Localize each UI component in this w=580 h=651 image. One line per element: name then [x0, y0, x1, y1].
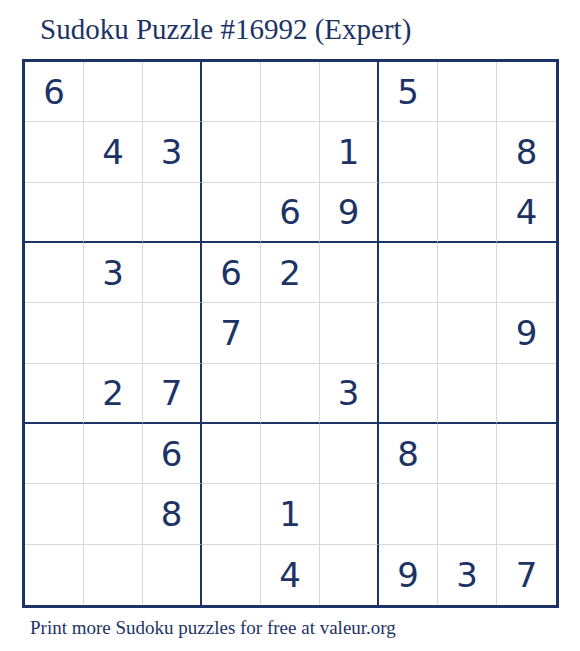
cell-r7c7[interactable]: 8: [379, 424, 438, 484]
cell-r1c7[interactable]: 5: [379, 62, 438, 122]
cell-r7c4[interactable]: [202, 424, 261, 484]
cell-r4c4[interactable]: 6: [202, 243, 261, 303]
cell-r2c5[interactable]: [261, 122, 320, 182]
cell-r1c9[interactable]: [497, 62, 556, 122]
cell-r6c2[interactable]: 2: [84, 364, 143, 424]
cell-r7c8[interactable]: [438, 424, 497, 484]
cell-r8c4[interactable]: [202, 484, 261, 544]
cell-r8c6[interactable]: [320, 484, 379, 544]
sudoku-board: 6543186943627927368814937: [22, 59, 559, 608]
cell-r5c1[interactable]: [25, 303, 84, 363]
cell-r5c2[interactable]: [84, 303, 143, 363]
given-digit: 3: [456, 558, 478, 592]
given-digit: 3: [102, 256, 124, 290]
cell-r2c9[interactable]: 8: [497, 122, 556, 182]
given-digit: 2: [102, 376, 124, 410]
given-digit: 7: [516, 558, 538, 592]
cell-r6c1[interactable]: [25, 364, 84, 424]
cell-r9c9[interactable]: 7: [497, 545, 556, 605]
cell-r9c5[interactable]: 4: [261, 545, 320, 605]
cell-r3c5[interactable]: 6: [261, 183, 320, 243]
cell-r6c8[interactable]: [438, 364, 497, 424]
cell-r5c4[interactable]: 7: [202, 303, 261, 363]
cell-r1c8[interactable]: [438, 62, 497, 122]
cell-r4c3[interactable]: [143, 243, 202, 303]
cell-r9c7[interactable]: 9: [379, 545, 438, 605]
cell-r3c4[interactable]: [202, 183, 261, 243]
given-digit: 6: [220, 256, 242, 290]
cell-r6c7[interactable]: [379, 364, 438, 424]
cell-r8c3[interactable]: 8: [143, 484, 202, 544]
cell-r5c9[interactable]: 9: [497, 303, 556, 363]
cell-r5c7[interactable]: [379, 303, 438, 363]
cell-r2c1[interactable]: [25, 122, 84, 182]
cell-r4c6[interactable]: [320, 243, 379, 303]
given-digit: 6: [43, 75, 65, 109]
cell-r2c8[interactable]: [438, 122, 497, 182]
given-digit: 7: [220, 316, 242, 350]
cell-r6c4[interactable]: [202, 364, 261, 424]
cell-r1c3[interactable]: [143, 62, 202, 122]
cell-r4c9[interactable]: [497, 243, 556, 303]
given-digit: 8: [516, 135, 538, 169]
cell-r6c6[interactable]: 3: [320, 364, 379, 424]
cell-r1c6[interactable]: [320, 62, 379, 122]
given-digit: 1: [279, 497, 301, 531]
cell-r7c9[interactable]: [497, 424, 556, 484]
given-digit: 6: [279, 195, 301, 229]
cell-r7c5[interactable]: [261, 424, 320, 484]
cell-r4c1[interactable]: [25, 243, 84, 303]
cell-r2c3[interactable]: 3: [143, 122, 202, 182]
given-digit: 3: [161, 135, 183, 169]
cell-r9c3[interactable]: [143, 545, 202, 605]
cell-r6c3[interactable]: 7: [143, 364, 202, 424]
cell-r4c7[interactable]: [379, 243, 438, 303]
cell-r3c6[interactable]: 9: [320, 183, 379, 243]
given-digit: 8: [161, 497, 183, 531]
cell-r3c2[interactable]: [84, 183, 143, 243]
given-digit: 5: [397, 75, 419, 109]
given-digit: 1: [338, 135, 360, 169]
cell-r9c1[interactable]: [25, 545, 84, 605]
cell-r9c8[interactable]: 3: [438, 545, 497, 605]
given-digit: 4: [102, 135, 124, 169]
given-digit: 9: [516, 316, 538, 350]
cell-r3c3[interactable]: [143, 183, 202, 243]
cell-r8c9[interactable]: [497, 484, 556, 544]
cell-r8c2[interactable]: [84, 484, 143, 544]
cell-r8c7[interactable]: [379, 484, 438, 544]
cell-r6c5[interactable]: [261, 364, 320, 424]
given-digit: 9: [397, 558, 419, 592]
cell-r4c8[interactable]: [438, 243, 497, 303]
cell-r2c4[interactable]: [202, 122, 261, 182]
cell-r5c5[interactable]: [261, 303, 320, 363]
given-digit: 7: [161, 376, 183, 410]
cell-r3c1[interactable]: [25, 183, 84, 243]
given-digit: 6: [161, 437, 183, 471]
footer-text: Print more Sudoku puzzles for free at va…: [30, 617, 396, 639]
cell-r5c3[interactable]: [143, 303, 202, 363]
cell-r3c7[interactable]: [379, 183, 438, 243]
given-digit: 4: [516, 195, 538, 229]
cell-r2c6[interactable]: 1: [320, 122, 379, 182]
cell-r7c1[interactable]: [25, 424, 84, 484]
given-digit: 3: [338, 376, 360, 410]
cell-r8c8[interactable]: [438, 484, 497, 544]
cell-r5c8[interactable]: [438, 303, 497, 363]
cell-r6c9[interactable]: [497, 364, 556, 424]
given-digit: 2: [279, 256, 301, 290]
cell-r8c5[interactable]: 1: [261, 484, 320, 544]
cell-r2c7[interactable]: [379, 122, 438, 182]
given-digit: 9: [338, 195, 360, 229]
cell-r1c5[interactable]: [261, 62, 320, 122]
cell-r3c8[interactable]: [438, 183, 497, 243]
cell-r7c2[interactable]: [84, 424, 143, 484]
given-digit: 4: [279, 558, 301, 592]
cell-r5c6[interactable]: [320, 303, 379, 363]
cell-r9c4[interactable]: [202, 545, 261, 605]
cell-r4c5[interactable]: 2: [261, 243, 320, 303]
cell-r2c2[interactable]: 4: [84, 122, 143, 182]
cell-r1c1[interactable]: 6: [25, 62, 84, 122]
cell-r1c4[interactable]: [202, 62, 261, 122]
given-digit: 8: [397, 437, 419, 471]
cell-r7c6[interactable]: [320, 424, 379, 484]
cell-r4c2[interactable]: 3: [84, 243, 143, 303]
cell-r7c3[interactable]: 6: [143, 424, 202, 484]
cell-r8c1[interactable]: [25, 484, 84, 544]
cell-r9c2[interactable]: [84, 545, 143, 605]
cell-r3c9[interactable]: 4: [497, 183, 556, 243]
cell-r1c2[interactable]: [84, 62, 143, 122]
page-title: Sudoku Puzzle #16992 (Expert): [40, 13, 411, 46]
cell-r9c6[interactable]: [320, 545, 379, 605]
